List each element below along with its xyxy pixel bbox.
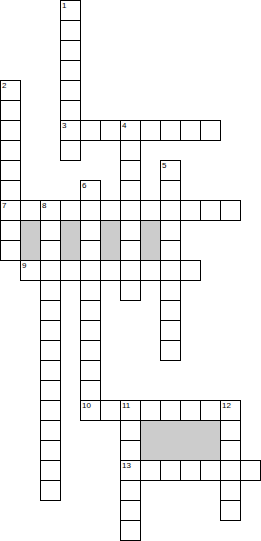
crossword-cell[interactable] <box>80 200 101 221</box>
crossword-cell[interactable] <box>60 80 81 101</box>
crossword-cell[interactable] <box>120 480 141 501</box>
crossword-cell[interactable] <box>80 400 101 421</box>
crossword-cell[interactable] <box>40 480 61 501</box>
crossword-cell[interactable] <box>0 80 21 101</box>
crossword-cell[interactable] <box>160 160 181 181</box>
shaded-block <box>140 420 221 461</box>
crossword-cell[interactable] <box>80 300 101 321</box>
crossword-board: 12345678910111213 <box>0 0 261 541</box>
crossword-cell[interactable] <box>20 260 41 281</box>
crossword-cell[interactable] <box>80 120 101 141</box>
crossword-cell[interactable] <box>160 320 181 341</box>
crossword-cell[interactable] <box>40 360 61 381</box>
crossword-cell[interactable] <box>120 440 141 461</box>
crossword-cell[interactable] <box>0 180 21 201</box>
crossword-cell[interactable] <box>80 260 101 281</box>
crossword-cell[interactable] <box>40 380 61 401</box>
crossword-cell[interactable] <box>40 440 61 461</box>
crossword-cell[interactable] <box>40 460 61 481</box>
crossword-cell[interactable] <box>160 300 181 321</box>
crossword-cell[interactable] <box>160 340 181 361</box>
crossword-cell[interactable] <box>100 260 121 281</box>
crossword-cell[interactable] <box>60 260 81 281</box>
crossword-cell[interactable] <box>160 120 181 141</box>
crossword-cell[interactable] <box>160 260 181 281</box>
crossword-cell[interactable] <box>0 240 21 261</box>
crossword-cell[interactable] <box>220 480 241 501</box>
crossword-cell[interactable] <box>40 320 61 341</box>
crossword-cell[interactable] <box>120 140 141 161</box>
crossword-cell[interactable] <box>60 120 81 141</box>
crossword-cell[interactable] <box>120 460 141 481</box>
crossword-cell[interactable] <box>140 260 161 281</box>
crossword-cell[interactable] <box>120 260 141 281</box>
crossword-cell[interactable] <box>80 380 101 401</box>
crossword-cell[interactable] <box>220 420 241 441</box>
crossword-puzzle-page: 12345678910111213 <box>0 0 261 541</box>
crossword-cell[interactable] <box>0 140 21 161</box>
crossword-cell[interactable] <box>220 460 241 481</box>
crossword-cell[interactable] <box>220 440 241 461</box>
crossword-cell[interactable] <box>160 460 181 481</box>
crossword-cell[interactable] <box>140 120 161 141</box>
crossword-cell[interactable] <box>180 400 201 421</box>
crossword-cell[interactable] <box>60 40 81 61</box>
crossword-cell[interactable] <box>120 420 141 441</box>
crossword-cell[interactable] <box>160 180 181 201</box>
crossword-cell[interactable] <box>160 220 181 241</box>
crossword-cell[interactable] <box>80 340 101 361</box>
crossword-cell[interactable] <box>40 260 61 281</box>
crossword-cell[interactable] <box>60 200 81 221</box>
crossword-cell[interactable] <box>140 400 161 421</box>
crossword-cell[interactable] <box>80 220 101 241</box>
crossword-cell[interactable] <box>100 400 121 421</box>
crossword-cell[interactable] <box>0 220 21 241</box>
crossword-cell[interactable] <box>40 400 61 421</box>
crossword-cell[interactable] <box>140 200 161 221</box>
crossword-cell[interactable] <box>0 200 21 221</box>
crossword-cell[interactable] <box>120 220 141 241</box>
crossword-cell[interactable] <box>160 400 181 421</box>
shaded-block <box>60 220 81 261</box>
crossword-cell[interactable] <box>120 500 141 521</box>
crossword-cell[interactable] <box>120 120 141 141</box>
crossword-cell[interactable] <box>200 200 221 221</box>
crossword-cell[interactable] <box>200 400 221 421</box>
crossword-cell[interactable] <box>120 180 141 201</box>
crossword-cell[interactable] <box>220 200 241 221</box>
crossword-cell[interactable] <box>60 20 81 41</box>
crossword-cell[interactable] <box>100 120 121 141</box>
crossword-cell[interactable] <box>160 240 181 261</box>
crossword-cell[interactable] <box>40 340 61 361</box>
crossword-cell[interactable] <box>80 280 101 301</box>
crossword-cell[interactable] <box>100 200 121 221</box>
crossword-cell[interactable] <box>120 280 141 301</box>
crossword-cell[interactable] <box>40 220 61 241</box>
crossword-cell[interactable] <box>60 100 81 121</box>
crossword-cell[interactable] <box>160 200 181 221</box>
crossword-cell[interactable] <box>80 360 101 381</box>
crossword-cell[interactable] <box>200 460 221 481</box>
crossword-cell[interactable] <box>40 280 61 301</box>
crossword-cell[interactable] <box>40 420 61 441</box>
crossword-cell[interactable] <box>120 520 141 541</box>
crossword-cell[interactable] <box>220 500 241 521</box>
crossword-cell[interactable] <box>0 120 21 141</box>
crossword-cell[interactable] <box>120 240 141 261</box>
crossword-cell[interactable] <box>120 160 141 181</box>
crossword-cell[interactable] <box>80 240 101 261</box>
crossword-cell[interactable] <box>60 140 81 161</box>
crossword-cell[interactable] <box>140 460 161 481</box>
crossword-cell[interactable] <box>40 200 61 221</box>
crossword-cell[interactable] <box>60 0 81 21</box>
crossword-cell[interactable] <box>200 120 221 141</box>
crossword-cell[interactable] <box>120 400 141 421</box>
shaded-block <box>100 220 121 261</box>
crossword-cell[interactable] <box>240 460 261 481</box>
crossword-cell[interactable] <box>40 300 61 321</box>
crossword-cell[interactable] <box>220 400 241 421</box>
crossword-cell[interactable] <box>80 320 101 341</box>
crossword-cell[interactable] <box>0 100 21 121</box>
crossword-cell[interactable] <box>0 160 21 181</box>
crossword-cell[interactable] <box>20 200 41 221</box>
crossword-cell[interactable] <box>40 240 61 261</box>
shaded-block <box>140 220 161 261</box>
crossword-cell[interactable] <box>160 280 181 301</box>
crossword-cell[interactable] <box>180 460 201 481</box>
crossword-cell[interactable] <box>120 200 141 221</box>
crossword-cell[interactable] <box>180 200 201 221</box>
crossword-cell[interactable] <box>60 60 81 81</box>
crossword-cell[interactable] <box>80 180 101 201</box>
crossword-cell[interactable] <box>180 120 201 141</box>
shaded-block <box>20 220 41 261</box>
crossword-cell[interactable] <box>180 260 201 281</box>
